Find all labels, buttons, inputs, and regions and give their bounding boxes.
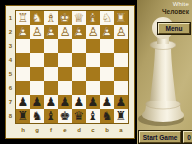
player-color-label: White [173, 1, 189, 7]
square-c2[interactable]: ♟♙ [86, 25, 100, 39]
white-bishop: ♝♗ [86, 11, 100, 25]
white-pawn: ♟♙ [86, 25, 100, 39]
square-a7[interactable]: ♟ [114, 95, 128, 109]
square-d2[interactable]: ♟♙ [72, 25, 86, 39]
side-panel: White Человек Menu Start Game 0 [137, 0, 192, 144]
square-b6[interactable] [100, 81, 114, 95]
square-b5[interactable] [100, 67, 114, 81]
square-b2[interactable]: ♟♙ [100, 25, 114, 39]
white-pawn: ♟♙ [100, 25, 114, 39]
square-a5[interactable] [114, 67, 128, 81]
square-e5[interactable] [58, 67, 72, 81]
rank-label: 4 [6, 53, 15, 67]
square-c3[interactable] [86, 39, 100, 53]
square-d7[interactable]: ♟ [72, 95, 86, 109]
square-d3[interactable] [72, 39, 86, 53]
file-label: g [30, 125, 44, 134]
square-g8[interactable]: ♞ [30, 109, 44, 123]
white-knight: ♞♘ [100, 11, 114, 25]
white-knight: ♞♘ [30, 11, 44, 25]
black-knight: ♞ [30, 109, 44, 123]
rank-label: 1 [6, 11, 15, 25]
chess-app-window: 12345678 ♜♖♞♘♝♗♚♔♛♕♝♗♞♘♜♖♟♙♟♙♟♙♟♙♟♙♟♙♟♙♟… [0, 0, 192, 144]
square-h2[interactable]: ♟♙ [16, 25, 30, 39]
menu-button[interactable]: Menu [158, 23, 190, 34]
square-e8[interactable]: ♚ [58, 109, 72, 123]
square-a1[interactable]: ♜♖ [114, 11, 128, 25]
square-d5[interactable] [72, 67, 86, 81]
black-pawn: ♟ [16, 95, 30, 109]
square-h8[interactable]: ♜ [16, 109, 30, 123]
rank-label: 6 [6, 81, 15, 95]
square-g6[interactable] [30, 81, 44, 95]
file-label: h [16, 125, 30, 134]
square-f8[interactable]: ♝ [44, 109, 58, 123]
white-queen: ♛♕ [72, 11, 86, 25]
square-g2[interactable]: ♟♙ [30, 25, 44, 39]
rank-labels: 12345678 [6, 11, 15, 123]
file-label: b [100, 125, 114, 134]
square-e4[interactable] [58, 53, 72, 67]
square-g7[interactable]: ♟ [30, 95, 44, 109]
square-c7[interactable]: ♟ [86, 95, 100, 109]
black-pawn: ♟ [58, 95, 72, 109]
square-h6[interactable] [16, 81, 30, 95]
black-rook: ♜ [114, 109, 128, 123]
square-d8[interactable]: ♛ [72, 109, 86, 123]
white-bishop: ♝♗ [44, 11, 58, 25]
square-c8[interactable]: ♝ [86, 109, 100, 123]
square-a3[interactable] [114, 39, 128, 53]
white-rook: ♜♖ [114, 11, 128, 25]
white-rook: ♜♖ [16, 11, 30, 25]
file-label: e [58, 125, 72, 134]
square-b1[interactable]: ♞♘ [100, 11, 114, 25]
square-b7[interactable]: ♟ [100, 95, 114, 109]
rank-label: 7 [6, 95, 15, 109]
black-queen: ♛ [72, 109, 86, 123]
black-pawn: ♟ [86, 95, 100, 109]
square-g3[interactable] [30, 39, 44, 53]
square-c6[interactable] [86, 81, 100, 95]
square-a2[interactable]: ♟♙ [114, 25, 128, 39]
square-a8[interactable]: ♜ [114, 109, 128, 123]
file-label: d [72, 125, 86, 134]
square-a6[interactable] [114, 81, 128, 95]
square-h5[interactable] [16, 67, 30, 81]
square-f5[interactable] [44, 67, 58, 81]
square-f6[interactable] [44, 81, 58, 95]
square-h1[interactable]: ♜♖ [16, 11, 30, 25]
square-d1[interactable]: ♛♕ [72, 11, 86, 25]
square-e6[interactable] [58, 81, 72, 95]
square-c4[interactable] [86, 53, 100, 67]
square-f7[interactable]: ♟ [44, 95, 58, 109]
corner-button[interactable]: 0 [183, 131, 192, 143]
square-g1[interactable]: ♞♘ [30, 11, 44, 25]
square-d6[interactable] [72, 81, 86, 95]
black-bishop: ♝ [44, 109, 58, 123]
chess-board-frame: 12345678 ♜♖♞♘♝♗♚♔♛♕♝♗♞♘♜♖♟♙♟♙♟♙♟♙♟♙♟♙♟♙♟… [5, 5, 135, 139]
square-h4[interactable] [16, 53, 30, 67]
white-pawn: ♟♙ [30, 25, 44, 39]
square-e7[interactable]: ♟ [58, 95, 72, 109]
black-pawn: ♟ [114, 95, 128, 109]
square-g5[interactable] [30, 67, 44, 81]
white-pawn: ♟♙ [72, 25, 86, 39]
white-pawn: ♟♙ [16, 25, 30, 39]
rank-label: 8 [6, 109, 15, 123]
file-label: c [86, 125, 100, 134]
square-d4[interactable] [72, 53, 86, 67]
rank-label: 3 [6, 39, 15, 53]
square-b8[interactable]: ♞ [100, 109, 114, 123]
square-e1[interactable]: ♚♔ [58, 11, 72, 25]
white-king: ♚♔ [58, 11, 72, 25]
black-pawn: ♟ [44, 95, 58, 109]
rank-label: 2 [6, 25, 15, 39]
square-h3[interactable] [16, 39, 30, 53]
square-h7[interactable]: ♟ [16, 95, 30, 109]
black-pawn: ♟ [30, 95, 44, 109]
square-b3[interactable] [100, 39, 114, 53]
black-pawn: ♟ [100, 95, 114, 109]
file-labels: hgfedcba [16, 125, 128, 134]
square-c5[interactable] [86, 67, 100, 81]
black-king: ♚ [58, 109, 72, 123]
square-f1[interactable]: ♝♗ [44, 11, 58, 25]
square-f3[interactable] [44, 39, 58, 53]
chess-board[interactable]: ♜♖♞♘♝♗♚♔♛♕♝♗♞♘♜♖♟♙♟♙♟♙♟♙♟♙♟♙♟♙♟♙♟♟♟♟♟♟♟♟… [15, 10, 129, 124]
rank-label: 5 [6, 67, 15, 81]
square-f2[interactable]: ♟♙ [44, 25, 58, 39]
square-a4[interactable] [114, 53, 128, 67]
white-pawn: ♟♙ [44, 25, 58, 39]
player-name-label: Человек [162, 8, 189, 15]
square-c1[interactable]: ♝♗ [86, 11, 100, 25]
square-e2[interactable]: ♟♙ [58, 25, 72, 39]
square-g4[interactable] [30, 53, 44, 67]
square-f4[interactable] [44, 53, 58, 67]
black-knight: ♞ [100, 109, 114, 123]
black-rook: ♜ [16, 109, 30, 123]
file-label: f [44, 125, 58, 134]
square-b4[interactable] [100, 53, 114, 67]
file-label: a [114, 125, 128, 134]
black-bishop: ♝ [86, 109, 100, 123]
square-e3[interactable] [58, 39, 72, 53]
white-pawn: ♟♙ [58, 25, 72, 39]
white-pawn: ♟♙ [114, 25, 128, 39]
start-game-button[interactable]: Start Game [139, 131, 181, 143]
black-pawn: ♟ [72, 95, 86, 109]
